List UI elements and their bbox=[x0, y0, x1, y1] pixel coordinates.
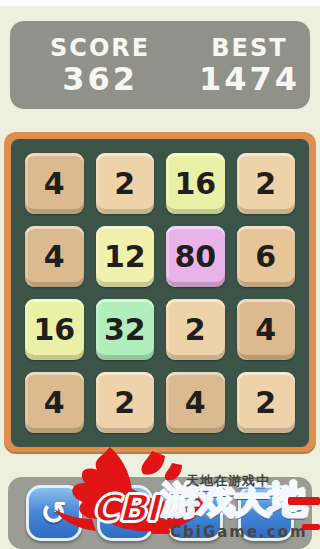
tile-80: 80 bbox=[166, 226, 225, 287]
best-block: BEST 1474 bbox=[199, 21, 300, 109]
score-value: 362 bbox=[62, 63, 138, 95]
tile-4: 4 bbox=[25, 372, 84, 433]
watermark-red-dash bbox=[302, 524, 320, 530]
watermark-red-dash bbox=[151, 529, 170, 534]
tile-2: 2 bbox=[96, 372, 155, 433]
tile-4: 4 bbox=[237, 299, 296, 360]
score-block: SCORE 362 bbox=[50, 21, 150, 109]
best-label: BEST bbox=[211, 36, 287, 60]
tile-2: 2 bbox=[237, 372, 296, 433]
tile-32: 32 bbox=[96, 299, 155, 360]
tile-2: 2 bbox=[237, 153, 296, 214]
tile-4: 4 bbox=[25, 226, 84, 287]
watermark-red-dash bbox=[288, 497, 320, 505]
tile-12: 12 bbox=[96, 226, 155, 287]
tile-16: 16 bbox=[166, 153, 225, 214]
toolbar-button-2[interactable] bbox=[97, 485, 153, 541]
toolbar-button-3[interactable] bbox=[167, 485, 223, 541]
board-grid[interactable]: 421624128061632244242 bbox=[11, 139, 309, 447]
tile-6: 6 bbox=[237, 226, 296, 287]
toolbar-button-4[interactable] bbox=[238, 485, 294, 541]
toolbar: ↺ bbox=[8, 477, 312, 549]
tile-2: 2 bbox=[96, 153, 155, 214]
tile-4: 4 bbox=[25, 153, 84, 214]
score-label: SCORE bbox=[50, 36, 150, 60]
score-panel: SCORE 362 BEST 1474 bbox=[10, 21, 310, 109]
best-value: 1474 bbox=[199, 63, 300, 95]
undo-button[interactable]: ↺ bbox=[26, 485, 82, 541]
game-board-frame: 421624128061632244242 bbox=[4, 132, 316, 454]
tile-2: 2 bbox=[166, 299, 225, 360]
tile-16: 16 bbox=[25, 299, 84, 360]
tile-4: 4 bbox=[166, 372, 225, 433]
status-bar-strip bbox=[0, 0, 320, 6]
